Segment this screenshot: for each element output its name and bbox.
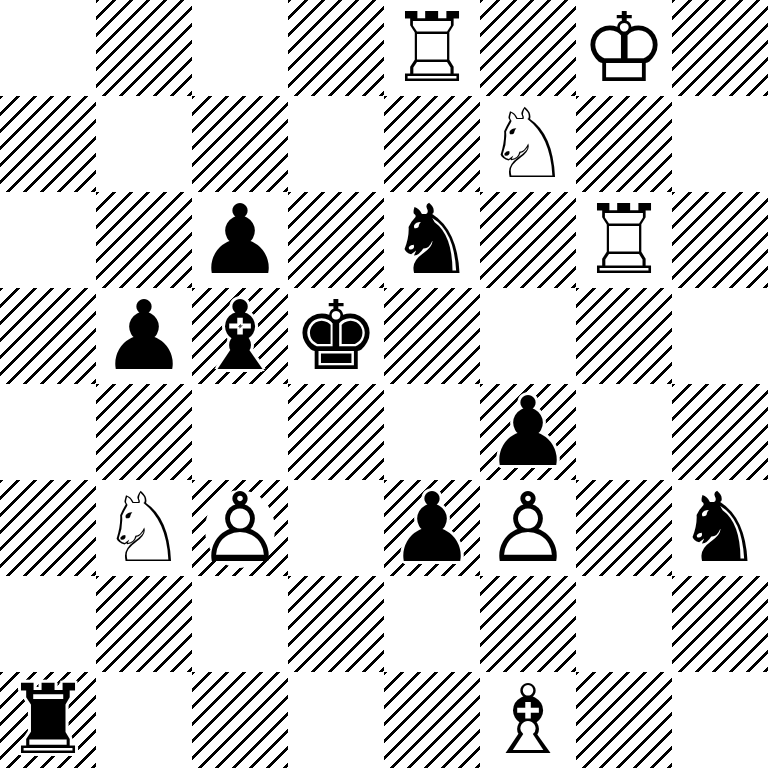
black-king-d5[interactable]: ♚ [288, 288, 384, 384]
square-h7[interactable] [672, 96, 768, 192]
square-e1[interactable] [384, 672, 480, 768]
square-g7[interactable] [576, 96, 672, 192]
square-c1[interactable] [192, 672, 288, 768]
square-g8[interactable]: ♔ [576, 0, 672, 96]
square-b4[interactable] [96, 384, 192, 480]
black-pawn-e3[interactable]: ♟ [384, 480, 480, 576]
chess-board: ♖♔♘♟♞♖♟♝♚♟♘♙♟♙♞♜♗ [0, 0, 768, 768]
white-rook-e8[interactable]: ♖ [384, 0, 480, 96]
square-b2[interactable] [96, 576, 192, 672]
square-g1[interactable] [576, 672, 672, 768]
black-knight-e6[interactable]: ♞ [384, 192, 480, 288]
square-b3[interactable]: ♘ [96, 480, 192, 576]
white-pawn-f3[interactable]: ♙ [480, 480, 576, 576]
square-f2[interactable] [480, 576, 576, 672]
white-pawn-c3[interactable]: ♙ [192, 480, 288, 576]
square-g6[interactable]: ♖ [576, 192, 672, 288]
square-b6[interactable] [96, 192, 192, 288]
square-h4[interactable] [672, 384, 768, 480]
square-e5[interactable] [384, 288, 480, 384]
square-h2[interactable] [672, 576, 768, 672]
square-b5[interactable]: ♟ [96, 288, 192, 384]
square-d6[interactable] [288, 192, 384, 288]
square-a1[interactable]: ♜ [0, 672, 96, 768]
square-g3[interactable] [576, 480, 672, 576]
square-e7[interactable] [384, 96, 480, 192]
black-pawn-b5[interactable]: ♟ [96, 288, 192, 384]
square-f7[interactable]: ♘ [480, 96, 576, 192]
square-d8[interactable] [288, 0, 384, 96]
square-h1[interactable] [672, 672, 768, 768]
square-h3[interactable]: ♞ [672, 480, 768, 576]
square-g5[interactable] [576, 288, 672, 384]
square-c5[interactable]: ♝ [192, 288, 288, 384]
white-rook-g6[interactable]: ♖ [576, 192, 672, 288]
black-rook-a1[interactable]: ♜ [0, 672, 96, 768]
square-e3[interactable]: ♟ [384, 480, 480, 576]
square-f3[interactable]: ♙ [480, 480, 576, 576]
square-c6[interactable]: ♟ [192, 192, 288, 288]
square-c3[interactable]: ♙ [192, 480, 288, 576]
square-h5[interactable] [672, 288, 768, 384]
square-a3[interactable] [0, 480, 96, 576]
square-g4[interactable] [576, 384, 672, 480]
square-b8[interactable] [96, 0, 192, 96]
square-e2[interactable] [384, 576, 480, 672]
square-b7[interactable] [96, 96, 192, 192]
square-c4[interactable] [192, 384, 288, 480]
square-g2[interactable] [576, 576, 672, 672]
square-a6[interactable] [0, 192, 96, 288]
square-d1[interactable] [288, 672, 384, 768]
black-pawn-c6[interactable]: ♟ [192, 192, 288, 288]
square-h6[interactable] [672, 192, 768, 288]
square-d4[interactable] [288, 384, 384, 480]
square-d7[interactable] [288, 96, 384, 192]
black-pawn-f4[interactable]: ♟ [480, 384, 576, 480]
square-d3[interactable] [288, 480, 384, 576]
white-knight-f7[interactable]: ♘ [480, 96, 576, 192]
square-c8[interactable] [192, 0, 288, 96]
square-e6[interactable]: ♞ [384, 192, 480, 288]
square-b1[interactable] [96, 672, 192, 768]
square-a4[interactable] [0, 384, 96, 480]
square-a7[interactable] [0, 96, 96, 192]
square-c2[interactable] [192, 576, 288, 672]
square-h8[interactable] [672, 0, 768, 96]
square-a5[interactable] [0, 288, 96, 384]
square-a2[interactable] [0, 576, 96, 672]
square-f1[interactable]: ♗ [480, 672, 576, 768]
square-d5[interactable]: ♚ [288, 288, 384, 384]
square-e4[interactable] [384, 384, 480, 480]
white-king-g8[interactable]: ♔ [576, 0, 672, 96]
square-c7[interactable] [192, 96, 288, 192]
square-f6[interactable] [480, 192, 576, 288]
white-bishop-f1[interactable]: ♗ [480, 672, 576, 768]
black-knight-h3[interactable]: ♞ [672, 480, 768, 576]
black-bishop-c5[interactable]: ♝ [192, 288, 288, 384]
square-e8[interactable]: ♖ [384, 0, 480, 96]
square-f5[interactable] [480, 288, 576, 384]
square-a8[interactable] [0, 0, 96, 96]
square-f8[interactable] [480, 0, 576, 96]
square-d2[interactable] [288, 576, 384, 672]
square-f4[interactable]: ♟ [480, 384, 576, 480]
white-knight-b3[interactable]: ♘ [96, 480, 192, 576]
